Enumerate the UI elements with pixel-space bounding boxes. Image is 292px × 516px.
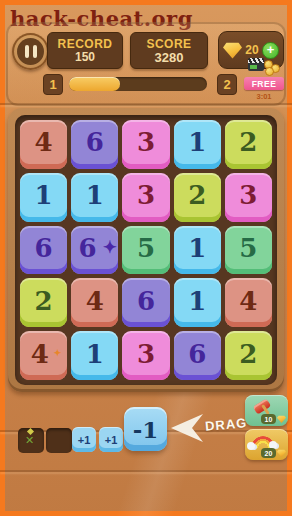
tile-6[interactable]: 6✦ — [71, 226, 118, 275]
tile-1[interactable]: 1 — [174, 226, 221, 275]
free-timer: 3:01 — [244, 92, 284, 101]
tile-value: 6 — [35, 233, 53, 263]
current-drag-tile[interactable]: -1 — [124, 407, 167, 451]
tile-value: 2 — [239, 339, 257, 369]
tile-value: 4 — [31, 339, 49, 369]
level-progress-bar — [69, 77, 207, 91]
pause-button[interactable] — [12, 33, 49, 70]
clapperboard-icon — [248, 58, 264, 71]
plus-one-tile[interactable]: +1 — [99, 427, 123, 452]
tray-slot[interactable] — [46, 428, 72, 453]
tile-value: 2 — [35, 286, 53, 316]
tile-value: 6 — [188, 339, 206, 369]
tile-2[interactable]: 2 — [225, 331, 272, 380]
tile-4[interactable]: 4 — [71, 278, 118, 327]
tile-value: 6 — [137, 286, 155, 316]
tile-3[interactable]: 3 — [122, 331, 169, 380]
tile-6[interactable]: 6 — [20, 226, 67, 275]
tile-6[interactable]: 6 — [122, 278, 169, 327]
game-screen: hack-cheat.org RECORD 150 SCORE 3280 20 … — [0, 0, 292, 516]
rainbow-booster-button[interactable]: 20 — [245, 429, 288, 460]
record-label: RECORD — [57, 38, 112, 51]
tile-1[interactable]: 1 — [174, 120, 221, 169]
free-ribbon-label: FREE — [244, 77, 284, 90]
tile-value: 3 — [137, 180, 155, 210]
tile-5[interactable]: 5 — [122, 226, 169, 275]
tile-value: 3 — [137, 127, 155, 157]
tile-value: 4 — [35, 127, 53, 157]
level-current: 1 — [43, 74, 63, 95]
tile-1[interactable]: 1 — [20, 173, 67, 222]
tray-slot[interactable]: ✕ — [18, 428, 44, 453]
gem-icon — [223, 42, 242, 59]
tile-value: 4 — [239, 286, 257, 316]
record-panel: RECORD 150 — [47, 32, 123, 69]
tile-value: 1 — [188, 127, 206, 157]
gem-icon — [277, 415, 286, 423]
tile-value: 3 — [239, 180, 257, 210]
tile-value: 5 — [137, 233, 155, 263]
tile-value: 5 — [239, 233, 257, 263]
tile-value: 2 — [239, 127, 257, 157]
tile-3[interactable]: 3 — [122, 173, 169, 222]
tile-value: 1 — [86, 339, 104, 369]
coin-icon — [265, 67, 274, 76]
tile-6[interactable]: 6 — [174, 331, 221, 380]
tile-value: 1 — [188, 233, 206, 263]
tile-5[interactable]: 5 — [225, 226, 272, 275]
record-value: 150 — [75, 51, 95, 64]
hammer-booster-button[interactable]: 10 — [245, 395, 288, 426]
free-reward-button[interactable]: FREE 3:01 — [244, 56, 286, 98]
level-next: 2 — [217, 74, 237, 95]
orange-sparkle-icon: ✦ — [54, 349, 62, 358]
game-board: 463121132366✦515246144✦1362 — [8, 108, 284, 392]
tile-value: 1 — [86, 180, 104, 210]
tile-4[interactable]: 4✦ — [20, 331, 67, 380]
tile-value: 6 — [79, 233, 97, 263]
progress-fill — [69, 77, 120, 91]
tile-value: 3 — [137, 339, 155, 369]
tile-4[interactable]: 4 — [225, 278, 272, 327]
tile-value: 6 — [86, 127, 104, 157]
tile-value: 1 — [188, 286, 206, 316]
score-label: SCORE — [146, 38, 191, 51]
tile-2[interactable]: 2 — [225, 120, 272, 169]
tile-value: 2 — [188, 180, 206, 210]
tile-2[interactable]: 2 — [174, 173, 221, 222]
tile-2[interactable]: 2 — [20, 278, 67, 327]
tile-1[interactable]: 1 — [174, 278, 221, 327]
drag-arrow-icon — [170, 413, 204, 443]
booster-cost: 10 — [261, 414, 286, 424]
tile-3[interactable]: 3 — [225, 173, 272, 222]
purple-sparkle-icon: ✦ — [103, 239, 117, 256]
score-value: 3280 — [155, 51, 184, 64]
gem-icon — [277, 449, 286, 457]
sprout-icon: ✕ — [25, 434, 34, 447]
score-panel: SCORE 3280 — [130, 32, 208, 69]
pause-icon — [17, 38, 44, 65]
tile-1[interactable]: 1 — [71, 331, 118, 380]
tile-1[interactable]: 1 — [71, 173, 118, 222]
booster-cost: 20 — [261, 448, 286, 458]
tile-6[interactable]: 6 — [71, 120, 118, 169]
tile-3[interactable]: 3 — [122, 120, 169, 169]
board-grid: 463121132366✦515246144✦1362 — [15, 115, 277, 385]
tile-4[interactable]: 4 — [20, 120, 67, 169]
gem-count: 20 — [245, 43, 259, 57]
plus-one-tile[interactable]: +1 — [72, 427, 96, 452]
tile-value: 4 — [86, 286, 104, 316]
tile-value: 1 — [35, 180, 53, 210]
